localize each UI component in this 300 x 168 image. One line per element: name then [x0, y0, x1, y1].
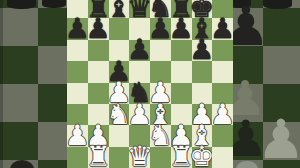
light-pawn-silhouette: ♟ — [257, 113, 300, 167]
square-h7[interactable]: ♟ — [212, 18, 233, 39]
background-square — [0, 46, 38, 84]
square-a4[interactable] — [67, 83, 88, 104]
square-b7[interactable]: ♟ — [88, 18, 109, 39]
square-h6[interactable] — [212, 40, 233, 61]
piece-white-rook[interactable]: ♜ — [86, 143, 111, 168]
square-d6[interactable]: ♟ — [129, 40, 150, 61]
black-piece-base-fragment — [7, 0, 36, 9]
video-frame: ♟♟♟♟ ♜♝♛♞♜♚♟♟♟♟♝♟♟♟♟♟♞♟♞♟♝♟♟♟♟♞♟♝♜♛♜♚ — [0, 0, 300, 168]
square-f5[interactable] — [171, 61, 192, 82]
square-d1[interactable]: ♛ — [129, 147, 150, 168]
background-square — [0, 122, 38, 160]
square-e6[interactable] — [150, 40, 171, 61]
square-h5[interactable] — [212, 61, 233, 82]
black-piece-base-fragment — [42, 0, 66, 8]
square-a5[interactable] — [67, 61, 88, 82]
square-h3[interactable]: ♟ — [212, 104, 233, 125]
left-edge-shade — [0, 0, 3, 168]
piece-white-queen[interactable]: ♛ — [127, 143, 152, 168]
square-a6[interactable] — [67, 40, 88, 61]
square-g5[interactable] — [192, 61, 213, 82]
background-square — [0, 84, 38, 122]
background-square — [0, 8, 38, 46]
piece-white-king[interactable]: ♚ — [189, 143, 214, 168]
square-h2[interactable] — [212, 125, 233, 146]
square-b1[interactable]: ♜ — [88, 147, 109, 168]
square-g1[interactable]: ♚ — [192, 147, 213, 168]
square-h1[interactable] — [212, 147, 233, 168]
chess-board[interactable]: ♜♝♛♞♜♚♟♟♟♟♝♟♟♟♟♟♞♟♞♟♝♟♟♟♟♞♟♝♜♛♜♚ — [67, 0, 233, 168]
square-g6[interactable]: ♟ — [192, 40, 213, 61]
